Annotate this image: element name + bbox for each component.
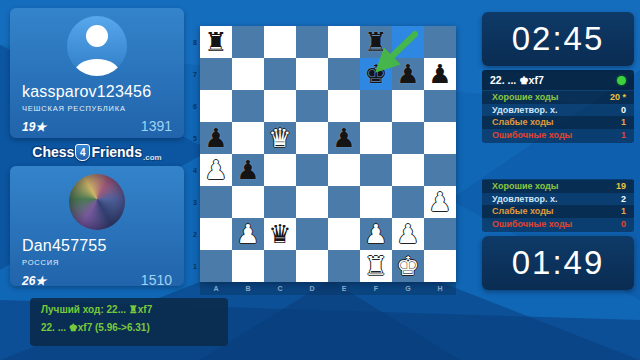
- square-e8[interactable]: [328, 26, 360, 58]
- stat-label: Слабые ходы: [492, 117, 554, 127]
- square-g6[interactable]: [392, 90, 424, 122]
- file-labels: ABCDEFGH: [200, 282, 456, 295]
- stat-label: Ошибочные ходы: [492, 130, 572, 140]
- square-c5[interactable]: ♛: [264, 122, 296, 154]
- stat-row-good: Хорошие ходы20 *: [482, 91, 634, 104]
- square-g3[interactable]: [392, 186, 424, 218]
- square-b8[interactable]: [232, 26, 264, 58]
- move-status-dot: [617, 76, 626, 85]
- square-b4[interactable]: ♟: [232, 154, 264, 186]
- move-quality-stats-black: Хорошие ходы20 *Удовлетвор. х.0Слабые хо…: [482, 90, 634, 143]
- black-queen-icon: ♛: [268, 221, 291, 247]
- rank-labels: 87654321: [186, 26, 197, 282]
- square-b2[interactable]: ♟: [232, 218, 264, 250]
- black-pawn-icon: ♟: [332, 125, 355, 151]
- square-e2[interactable]: [328, 218, 360, 250]
- square-d2[interactable]: [296, 218, 328, 250]
- square-c6[interactable]: [264, 90, 296, 122]
- square-b6[interactable]: [232, 90, 264, 122]
- square-h5[interactable]: [424, 122, 456, 154]
- square-g4[interactable]: [392, 154, 424, 186]
- stat-value: 20 *: [610, 92, 626, 102]
- square-g8[interactable]: [392, 26, 424, 58]
- avatar: [67, 16, 127, 76]
- white-pawn-icon: ♟: [204, 157, 227, 183]
- square-g7[interactable]: ♟: [392, 58, 424, 90]
- stat-row-bad: Ошибочные ходы0: [482, 218, 634, 231]
- move-quality-stats-white: Хорошие ходы19Удовлетвор. х.2Слабые ходы…: [482, 179, 634, 232]
- square-b5[interactable]: [232, 122, 264, 154]
- player-country: РОССИЯ: [22, 258, 172, 267]
- white-pawn-icon: ♟: [364, 221, 387, 247]
- square-e4[interactable]: [328, 154, 360, 186]
- square-d6[interactable]: [296, 90, 328, 122]
- stat-row-weak: Слабые ходы1: [482, 205, 634, 218]
- square-b1[interactable]: [232, 250, 264, 282]
- square-h6[interactable]: [424, 90, 456, 122]
- square-b7[interactable]: [232, 58, 264, 90]
- square-d7[interactable]: [296, 58, 328, 90]
- square-e7[interactable]: [328, 58, 360, 90]
- player-rating: 1510: [141, 272, 172, 288]
- stat-label: Хорошие ходы: [492, 181, 558, 191]
- file-label-d: D: [296, 282, 328, 295]
- clock-black: 02:45: [512, 20, 605, 58]
- player-card-white: Dan457755 РОССИЯ 26★ 1510: [10, 166, 184, 286]
- square-c3[interactable]: [264, 186, 296, 218]
- black-king-icon: ♚: [364, 61, 387, 87]
- square-h7[interactable]: ♟: [424, 58, 456, 90]
- square-f7[interactable]: ♚: [360, 58, 392, 90]
- file-label-e: E: [328, 282, 360, 295]
- file-label-c: C: [264, 282, 296, 295]
- clock-white: 01:49: [512, 244, 605, 282]
- stat-label: Ошибочные ходы: [492, 219, 572, 229]
- square-f4[interactable]: [360, 154, 392, 186]
- stat-label: Удовлетвор. х.: [492, 105, 557, 115]
- square-a2[interactable]: [200, 218, 232, 250]
- square-e1[interactable]: [328, 250, 360, 282]
- white-pawn-icon: ♟: [236, 221, 259, 247]
- square-b3[interactable]: [232, 186, 264, 218]
- file-label-g: G: [392, 282, 424, 295]
- rank-label-6: 6: [186, 90, 197, 122]
- square-e3[interactable]: [328, 186, 360, 218]
- stat-label: Удовлетвор. х.: [492, 194, 557, 204]
- square-d1[interactable]: [296, 250, 328, 282]
- file-label-a: A: [200, 282, 232, 295]
- stat-row-good: Хорошие ходы19: [482, 180, 634, 193]
- shield-icon: 4: [75, 144, 90, 161]
- stat-label: Хорошие ходы: [492, 92, 558, 102]
- square-e5[interactable]: ♟: [328, 122, 360, 154]
- white-queen-icon: ♛: [268, 125, 291, 151]
- stat-row-bad: Ошибочные ходы1: [482, 129, 634, 142]
- square-c1[interactable]: [264, 250, 296, 282]
- logo-text-right: Friends: [91, 144, 142, 160]
- black-rook-icon: ♜: [364, 29, 387, 55]
- player-name: Dan457755: [22, 237, 172, 255]
- square-a6[interactable]: [200, 90, 232, 122]
- white-king-icon: ♚: [396, 253, 419, 279]
- square-d5[interactable]: [296, 122, 328, 154]
- logo-tld: .com: [143, 153, 162, 165]
- square-h1[interactable]: [424, 250, 456, 282]
- square-g2[interactable]: ♟: [392, 218, 424, 250]
- square-h4[interactable]: [424, 154, 456, 186]
- square-h8[interactable]: [424, 26, 456, 58]
- rank-label-3: 3: [186, 186, 197, 218]
- white-pawn-icon: ♟: [428, 189, 451, 215]
- stat-value: 2: [621, 194, 626, 204]
- player-name: kassparov123456: [22, 83, 172, 101]
- stat-row-weak: Слабые ходы1: [482, 116, 634, 129]
- stat-value: 1: [621, 130, 626, 140]
- chess-board[interactable]: ♜♜♚♟♟♟♛♟♟♟♟♟♛♟♟♜♚: [200, 26, 456, 282]
- clock-panel-black: 02:45: [482, 12, 634, 66]
- square-c8[interactable]: [264, 26, 296, 58]
- square-c2[interactable]: ♛: [264, 218, 296, 250]
- square-d8[interactable]: [296, 26, 328, 58]
- player-card-black: kassparov123456 ЧЕШСКАЯ РЕСПУБЛИКА 19★ 1…: [10, 8, 184, 138]
- square-c7[interactable]: [264, 58, 296, 90]
- square-a5[interactable]: ♟: [200, 122, 232, 154]
- logo-text-left: Chess: [32, 144, 74, 160]
- square-h2[interactable]: [424, 218, 456, 250]
- rank-label-2: 2: [186, 218, 197, 250]
- square-f8[interactable]: ♜: [360, 26, 392, 58]
- chess-app-window: kassparov123456 ЧЕШСКАЯ РЕСПУБЛИКА 19★ 1…: [0, 0, 640, 360]
- white-rook-icon: ♜: [364, 253, 387, 279]
- stat-value: 19: [616, 181, 626, 191]
- square-d4[interactable]: [296, 154, 328, 186]
- rank-label-4: 4: [186, 154, 197, 186]
- file-label-f: F: [360, 282, 392, 295]
- square-f6[interactable]: [360, 90, 392, 122]
- stars-badge: 19★: [22, 120, 46, 134]
- engine-eval-panel: Лучший ход: 22... ♜xf7 22. ... ♚xf7 (5.9…: [30, 298, 228, 346]
- square-g1[interactable]: ♚: [392, 250, 424, 282]
- square-d3[interactable]: [296, 186, 328, 218]
- rank-label-5: 5: [186, 122, 197, 154]
- file-label-h: H: [424, 282, 456, 295]
- square-g5[interactable]: [392, 122, 424, 154]
- played-move-line: 22. ... ♚xf7 (5.96->6.31): [41, 322, 217, 333]
- square-e6[interactable]: [328, 90, 360, 122]
- stat-row-ok: Удовлетвор. х.2: [482, 193, 634, 206]
- player-rating: 1391: [141, 118, 172, 134]
- black-rook-icon: ♜: [204, 29, 227, 55]
- player-country: ЧЕШСКАЯ РЕСПУБЛИКА: [22, 104, 172, 113]
- stat-value: 1: [621, 117, 626, 127]
- square-f3[interactable]: [360, 186, 392, 218]
- stat-value: 1: [621, 206, 626, 216]
- black-pawn-icon: ♟: [428, 61, 451, 87]
- file-label-b: B: [232, 282, 264, 295]
- white-pawn-icon: ♟: [396, 221, 419, 247]
- stat-row-ok: Удовлетвор. х.0: [482, 104, 634, 117]
- black-pawn-icon: ♟: [204, 125, 227, 151]
- square-h3[interactable]: ♟: [424, 186, 456, 218]
- stat-value: 0: [621, 219, 626, 229]
- stars-badge: 26★: [22, 274, 46, 288]
- square-f5[interactable]: [360, 122, 392, 154]
- rank-label-7: 7: [186, 58, 197, 90]
- best-move-line: Лучший ход: 22... ♜xf7: [41, 304, 217, 315]
- last-move-row: 22. ... ♚xf7: [482, 70, 634, 90]
- avatar: [69, 174, 125, 230]
- square-f2[interactable]: ♟: [360, 218, 392, 250]
- square-c4[interactable]: [264, 154, 296, 186]
- rank-label-8: 8: [186, 26, 197, 58]
- square-a8[interactable]: ♜: [200, 26, 232, 58]
- square-a7[interactable]: [200, 58, 232, 90]
- rank-label-1: 1: [186, 250, 197, 282]
- square-f1[interactable]: ♜: [360, 250, 392, 282]
- stat-label: Слабые ходы: [492, 206, 554, 216]
- last-move-label: 22. ... ♚xf7: [490, 74, 544, 86]
- square-a3[interactable]: [200, 186, 232, 218]
- clock-panel-white: 01:49: [482, 236, 634, 290]
- black-pawn-icon: ♟: [236, 157, 259, 183]
- chess4friends-logo: Chess 4 Friends .com: [10, 139, 184, 165]
- black-pawn-icon: ♟: [396, 61, 419, 87]
- square-a4[interactable]: ♟: [200, 154, 232, 186]
- stat-value: 0: [621, 105, 626, 115]
- square-a1[interactable]: [200, 250, 232, 282]
